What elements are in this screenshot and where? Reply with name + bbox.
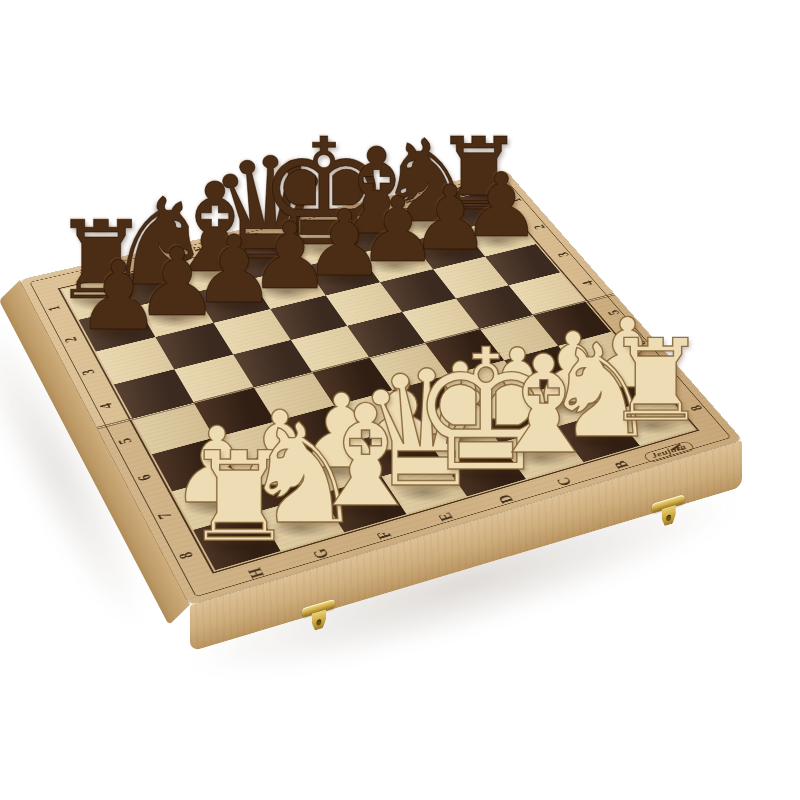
- piece-dark-pawn[interactable]: ♟: [462, 162, 541, 250]
- pieces-layer: ♜♞♝♚♛♝♞♜♟♟♟♟♟♟♟♟♟♟♟♟♟♟♟♟♜♞♝♚♛♝♞♜: [0, 0, 800, 800]
- chess-set-photo: HHGGFFEEDDCCBBAA1122334455667788 Jeujura…: [0, 0, 800, 800]
- piece-light-rook[interactable]: ♜: [605, 325, 707, 439]
